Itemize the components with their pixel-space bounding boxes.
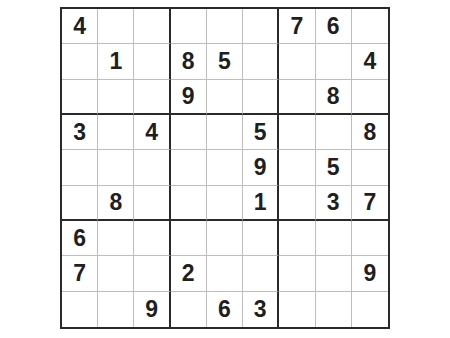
sudoku-cell-r7c5[interactable] — [207, 221, 243, 256]
sudoku-cell-r5c6[interactable]: 9 — [243, 150, 279, 185]
sudoku-cell-r2c1[interactable] — [62, 44, 98, 79]
sudoku-cell-r2c2[interactable]: 1 — [98, 44, 134, 79]
sudoku-cell-r7c8[interactable] — [316, 221, 352, 256]
sudoku-cell-r7c2[interactable] — [98, 221, 134, 256]
sudoku-cell-r6c4[interactable] — [171, 186, 207, 221]
sudoku-cell-r4c7[interactable] — [279, 115, 315, 150]
sudoku-cell-r5c1[interactable] — [62, 150, 98, 185]
sudoku-cell-r5c3[interactable] — [134, 150, 170, 185]
sudoku-cell-r2c3[interactable] — [134, 44, 170, 79]
sudoku-cell-r4c4[interactable] — [171, 115, 207, 150]
sudoku-cell-r1c5[interactable] — [207, 9, 243, 44]
sudoku-cell-r8c5[interactable] — [207, 256, 243, 291]
sudoku-cell-r3c4[interactable]: 9 — [171, 80, 207, 115]
sudoku-cell-r3c8[interactable]: 8 — [316, 80, 352, 115]
sudoku-cell-r1c6[interactable] — [243, 9, 279, 44]
sudoku-cell-r3c5[interactable] — [207, 80, 243, 115]
sudoku-cell-r7c9[interactable] — [352, 221, 388, 256]
sudoku-puzzle-page: 47618549834589581376729963 — [0, 0, 450, 338]
sudoku-cell-r9c6[interactable]: 3 — [243, 292, 279, 327]
sudoku-cell-r4c6[interactable]: 5 — [243, 115, 279, 150]
sudoku-cell-r8c7[interactable] — [279, 256, 315, 291]
sudoku-cell-r8c8[interactable] — [316, 256, 352, 291]
sudoku-cell-r4c9[interactable]: 8 — [352, 115, 388, 150]
sudoku-cell-r8c4[interactable]: 2 — [171, 256, 207, 291]
sudoku-cell-r9c9[interactable] — [352, 292, 388, 327]
sudoku-cell-r2c5[interactable]: 5 — [207, 44, 243, 79]
sudoku-cell-r1c8[interactable]: 6 — [316, 9, 352, 44]
sudoku-cell-r8c2[interactable] — [98, 256, 134, 291]
sudoku-cell-r6c2[interactable]: 8 — [98, 186, 134, 221]
sudoku-cell-r1c2[interactable] — [98, 9, 134, 44]
sudoku-cell-r3c7[interactable] — [279, 80, 315, 115]
sudoku-board: 47618549834589581376729963 — [60, 7, 390, 329]
sudoku-cell-r4c5[interactable] — [207, 115, 243, 150]
sudoku-cell-r2c7[interactable] — [279, 44, 315, 79]
sudoku-cell-r8c9[interactable]: 9 — [352, 256, 388, 291]
sudoku-cell-r4c3[interactable]: 4 — [134, 115, 170, 150]
sudoku-cell-r3c6[interactable] — [243, 80, 279, 115]
sudoku-cell-r1c3[interactable] — [134, 9, 170, 44]
sudoku-cell-r8c3[interactable] — [134, 256, 170, 291]
sudoku-cell-r9c1[interactable] — [62, 292, 98, 327]
sudoku-cell-r7c7[interactable] — [279, 221, 315, 256]
sudoku-cell-r7c6[interactable] — [243, 221, 279, 256]
sudoku-cell-r5c4[interactable] — [171, 150, 207, 185]
sudoku-cell-r6c5[interactable] — [207, 186, 243, 221]
sudoku-cell-r3c3[interactable] — [134, 80, 170, 115]
sudoku-cell-r1c4[interactable] — [171, 9, 207, 44]
sudoku-cell-r4c8[interactable] — [316, 115, 352, 150]
sudoku-cell-r9c4[interactable] — [171, 292, 207, 327]
sudoku-cell-r4c2[interactable] — [98, 115, 134, 150]
sudoku-cell-r9c3[interactable]: 9 — [134, 292, 170, 327]
sudoku-cell-r2c4[interactable]: 8 — [171, 44, 207, 79]
sudoku-cell-r8c6[interactable] — [243, 256, 279, 291]
sudoku-cell-r2c8[interactable] — [316, 44, 352, 79]
sudoku-cell-r5c5[interactable] — [207, 150, 243, 185]
sudoku-cell-r7c4[interactable] — [171, 221, 207, 256]
sudoku-cell-r6c7[interactable] — [279, 186, 315, 221]
sudoku-cell-r7c3[interactable] — [134, 221, 170, 256]
sudoku-cell-r6c8[interactable]: 3 — [316, 186, 352, 221]
sudoku-cell-r9c8[interactable] — [316, 292, 352, 327]
sudoku-cell-r5c2[interactable] — [98, 150, 134, 185]
sudoku-cell-r8c1[interactable]: 7 — [62, 256, 98, 291]
sudoku-cell-r3c9[interactable] — [352, 80, 388, 115]
sudoku-cell-r2c6[interactable] — [243, 44, 279, 79]
sudoku-cell-r4c1[interactable]: 3 — [62, 115, 98, 150]
sudoku-cell-r9c7[interactable] — [279, 292, 315, 327]
sudoku-cell-r1c7[interactable]: 7 — [279, 9, 315, 44]
sudoku-cell-r6c6[interactable]: 1 — [243, 186, 279, 221]
sudoku-cell-r3c2[interactable] — [98, 80, 134, 115]
sudoku-cell-r1c9[interactable] — [352, 9, 388, 44]
sudoku-cell-r9c5[interactable]: 6 — [207, 292, 243, 327]
sudoku-cell-r1c1[interactable]: 4 — [62, 9, 98, 44]
sudoku-cell-r2c9[interactable]: 4 — [352, 44, 388, 79]
sudoku-cell-r6c3[interactable] — [134, 186, 170, 221]
sudoku-cell-r9c2[interactable] — [98, 292, 134, 327]
sudoku-cell-r6c1[interactable] — [62, 186, 98, 221]
sudoku-cell-r5c9[interactable] — [352, 150, 388, 185]
sudoku-cell-r5c8[interactable]: 5 — [316, 150, 352, 185]
sudoku-cell-r5c7[interactable] — [279, 150, 315, 185]
sudoku-cell-r7c1[interactable]: 6 — [62, 221, 98, 256]
sudoku-cell-r3c1[interactable] — [62, 80, 98, 115]
sudoku-cell-r6c9[interactable]: 7 — [352, 186, 388, 221]
